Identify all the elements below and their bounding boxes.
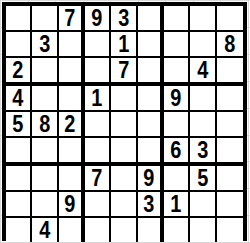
cell-r4c7[interactable]: 9 (164, 86, 190, 112)
cell-r1c2[interactable] (32, 6, 58, 32)
given-digit: 9 (143, 166, 154, 190)
cell-r9c6[interactable] (138, 218, 164, 242)
cell-r4c9[interactable] (217, 86, 243, 112)
cell-r2c7[interactable] (164, 32, 190, 58)
cell-r2c5[interactable]: 1 (111, 32, 137, 58)
given-digit: 3 (39, 32, 50, 56)
cell-r1c5[interactable]: 3 (111, 6, 137, 32)
cell-r5c1[interactable]: 5 (6, 112, 32, 138)
cell-r1c1[interactable] (6, 6, 32, 32)
cell-r7c2[interactable] (32, 166, 58, 192)
given-digit: 8 (39, 112, 50, 136)
cell-r9c5[interactable] (111, 218, 137, 242)
given-digit: 7 (92, 166, 103, 190)
cell-r9c7[interactable] (164, 218, 190, 242)
cell-r2c4[interactable] (85, 32, 111, 58)
cell-r4c1[interactable]: 4 (6, 86, 32, 112)
cell-r8c2[interactable] (32, 192, 58, 218)
cell-r4c5[interactable] (111, 86, 137, 112)
cell-r3c8[interactable]: 4 (190, 58, 216, 86)
cell-r4c2[interactable] (32, 86, 58, 112)
cell-r7c3[interactable] (59, 166, 85, 192)
cell-r3c3[interactable] (59, 58, 85, 86)
cell-r8c8[interactable] (190, 192, 216, 218)
cell-r5c9[interactable] (217, 112, 243, 138)
cell-r9c9[interactable] (217, 218, 243, 242)
cell-r6c2[interactable] (32, 138, 58, 166)
cell-r8c7[interactable]: 1 (164, 192, 190, 218)
cell-r2c8[interactable] (190, 32, 216, 58)
cell-r3c7[interactable] (164, 58, 190, 86)
given-digit: 2 (64, 112, 75, 136)
cell-r1c9[interactable] (217, 6, 243, 32)
cell-r2c3[interactable] (59, 32, 85, 58)
cell-r5c4[interactable] (85, 112, 111, 138)
cell-r1c7[interactable] (164, 6, 190, 32)
cell-r6c8[interactable]: 3 (190, 138, 216, 166)
cell-r7c9[interactable] (217, 166, 243, 192)
cell-r7c8[interactable]: 5 (190, 166, 216, 192)
cell-r6c5[interactable] (111, 138, 137, 166)
cell-r4c6[interactable] (138, 86, 164, 112)
given-digit: 4 (13, 86, 24, 110)
cell-r7c4[interactable]: 7 (85, 166, 111, 192)
cell-r2c2[interactable]: 3 (32, 32, 58, 58)
cell-r8c6[interactable]: 3 (138, 192, 164, 218)
cell-r6c3[interactable] (59, 138, 85, 166)
cell-r3c5[interactable]: 7 (111, 58, 137, 86)
cell-r5c8[interactable] (190, 112, 216, 138)
cell-r5c7[interactable] (164, 112, 190, 138)
cell-r5c2[interactable]: 8 (32, 112, 58, 138)
cell-r1c6[interactable] (138, 6, 164, 32)
cell-r9c4[interactable] (85, 218, 111, 242)
cell-r8c5[interactable] (111, 192, 137, 218)
given-digit: 1 (118, 32, 129, 56)
cell-r6c7[interactable]: 6 (164, 138, 190, 166)
cell-r1c8[interactable] (190, 6, 216, 32)
cell-r6c4[interactable] (85, 138, 111, 166)
cell-r6c1[interactable] (6, 138, 32, 166)
cell-r6c9[interactable] (217, 138, 243, 166)
cell-r7c1[interactable] (6, 166, 32, 192)
given-digit: 2 (13, 58, 24, 82)
cell-r9c1[interactable] (6, 218, 32, 242)
given-digit: 1 (92, 86, 103, 110)
cell-r5c5[interactable] (111, 112, 137, 138)
given-digit: 7 (64, 6, 75, 30)
cell-r8c4[interactable] (85, 192, 111, 218)
sudoku-board: 793318274419582637959314 (2, 2, 247, 241)
cell-r7c5[interactable] (111, 166, 137, 192)
given-digit: 5 (13, 112, 24, 136)
given-digit: 3 (118, 6, 129, 30)
cell-r1c3[interactable]: 7 (59, 6, 85, 32)
cell-r8c1[interactable] (6, 192, 32, 218)
cell-r9c3[interactable] (59, 218, 85, 242)
given-digit: 3 (197, 138, 208, 162)
cell-r2c6[interactable] (138, 32, 164, 58)
cell-r4c8[interactable] (190, 86, 216, 112)
given-digit: 7 (118, 58, 129, 82)
cell-r2c9[interactable]: 8 (217, 32, 243, 58)
cell-r5c6[interactable] (138, 112, 164, 138)
given-digit: 4 (39, 218, 50, 242)
cell-r7c6[interactable]: 9 (138, 166, 164, 192)
cell-r9c2[interactable]: 4 (32, 218, 58, 242)
cell-r3c4[interactable] (85, 58, 111, 86)
cell-r8c3[interactable]: 9 (59, 192, 85, 218)
cell-r8c9[interactable] (217, 192, 243, 218)
cell-r3c2[interactable] (32, 58, 58, 86)
cell-r4c3[interactable] (59, 86, 85, 112)
given-digit: 8 (224, 32, 235, 56)
cell-r9c8[interactable] (190, 218, 216, 242)
given-digit: 9 (171, 86, 182, 110)
cell-r3c6[interactable] (138, 58, 164, 86)
given-digit: 3 (143, 192, 154, 216)
given-digit: 9 (92, 6, 103, 30)
given-digit: 4 (197, 58, 208, 82)
cell-r1c4[interactable]: 9 (85, 6, 111, 32)
cell-r7c7[interactable] (164, 166, 190, 192)
cell-r6c6[interactable] (138, 138, 164, 166)
cell-r4c4[interactable]: 1 (85, 86, 111, 112)
given-digit: 6 (171, 138, 182, 162)
cell-r2c1[interactable] (6, 32, 32, 58)
cell-r3c9[interactable] (217, 58, 243, 86)
cell-r3c1[interactable]: 2 (6, 58, 32, 86)
given-digit: 9 (64, 192, 75, 216)
given-digit: 1 (171, 192, 182, 216)
given-digit: 5 (197, 166, 208, 190)
cell-r5c3[interactable]: 2 (59, 112, 85, 138)
